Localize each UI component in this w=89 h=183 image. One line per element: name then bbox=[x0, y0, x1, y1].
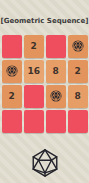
tile-r3c1[interactable]: 2 bbox=[2, 85, 22, 108]
tile-r4c1[interactable] bbox=[2, 110, 22, 133]
game-screen: [Geometric Sequence] 2 bbox=[0, 0, 89, 183]
tile-r3c2[interactable] bbox=[24, 85, 44, 108]
geodesic-sphere-icon bbox=[50, 90, 62, 102]
tile-r2c3[interactable]: 8 bbox=[46, 60, 66, 83]
icosahedron-wireframe-icon bbox=[31, 148, 59, 178]
tile-r3c4[interactable]: 8 bbox=[68, 85, 88, 108]
tile-r2c4[interactable]: 2 bbox=[68, 60, 88, 83]
tile-r1c1[interactable] bbox=[2, 35, 22, 58]
geodesic-sphere-icon bbox=[6, 65, 18, 77]
tile-r2c2[interactable]: 16 bbox=[24, 60, 44, 83]
tile-r4c3[interactable] bbox=[46, 110, 66, 133]
tile-r4c2[interactable] bbox=[24, 110, 44, 133]
level-title: [Geometric Sequence] bbox=[0, 17, 89, 25]
tile-r2c1[interactable] bbox=[2, 60, 22, 83]
puzzle-board[interactable]: 2 bbox=[2, 35, 88, 133]
tile-r4c4[interactable] bbox=[68, 110, 88, 133]
tile-r1c3[interactable] bbox=[46, 35, 66, 58]
tile-r1c2[interactable]: 2 bbox=[24, 35, 44, 58]
tile-r1c4[interactable] bbox=[68, 35, 88, 58]
geodesic-sphere-icon bbox=[72, 40, 84, 52]
tile-r3c3[interactable] bbox=[46, 85, 66, 108]
